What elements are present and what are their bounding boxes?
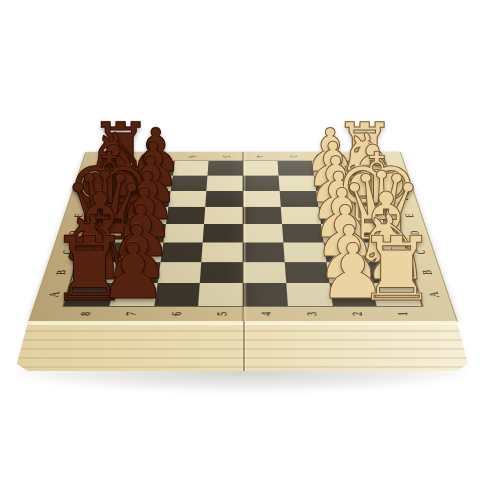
square-b1 xyxy=(367,262,415,283)
square-e2 xyxy=(318,207,359,224)
coord-right-B: B xyxy=(418,270,434,275)
square-h1 xyxy=(346,161,384,175)
square-d4 xyxy=(243,224,283,242)
square-f2 xyxy=(316,191,356,207)
square-h6 xyxy=(172,161,208,175)
coord-front-6: 6 xyxy=(167,312,183,316)
square-b8 xyxy=(71,262,119,283)
square-g3 xyxy=(278,175,315,190)
coord-back-5: 5 xyxy=(221,155,232,157)
square-h7 xyxy=(137,161,174,175)
square-e3 xyxy=(281,207,321,224)
square-b6 xyxy=(157,262,201,283)
square-c5 xyxy=(202,242,243,262)
square-h8 xyxy=(102,161,140,175)
square-d7 xyxy=(123,224,166,242)
square-g1 xyxy=(349,175,389,190)
coord-front-5: 5 xyxy=(213,312,228,316)
square-h5 xyxy=(208,161,243,175)
coord-back-3: 3 xyxy=(289,155,300,157)
coord-left-C: C xyxy=(59,250,74,255)
coord-back-4: 4 xyxy=(255,155,266,157)
square-h2 xyxy=(312,161,349,175)
square-e6 xyxy=(166,207,206,224)
square-a2 xyxy=(329,283,377,306)
coord-right-G: G xyxy=(392,181,405,185)
square-a4 xyxy=(243,283,288,306)
side-fold-seam xyxy=(243,321,245,371)
square-d2 xyxy=(321,224,364,242)
square-f3 xyxy=(279,191,318,207)
square-e7 xyxy=(127,207,168,224)
coord-left-D: D xyxy=(65,231,80,235)
square-c7 xyxy=(119,242,163,262)
square-f5 xyxy=(205,191,243,207)
square-b4 xyxy=(243,262,286,283)
coord-front-7: 7 xyxy=(122,312,138,316)
square-g6 xyxy=(170,175,207,190)
coord-left-H: H xyxy=(86,166,99,170)
square-g2 xyxy=(314,175,353,190)
coord-left-A: A xyxy=(45,292,61,297)
square-f7 xyxy=(130,191,170,207)
square-a3 xyxy=(286,283,332,306)
square-d3 xyxy=(282,224,323,242)
square-c2 xyxy=(323,242,367,262)
square-a8 xyxy=(65,283,114,306)
square-a6 xyxy=(154,283,200,306)
coord-back-2: 2 xyxy=(322,155,333,157)
square-g4 xyxy=(243,175,279,190)
square-d5 xyxy=(203,224,243,242)
board-front-side xyxy=(14,321,470,371)
square-f8 xyxy=(93,191,134,207)
square-c4 xyxy=(243,242,284,262)
coord-front-8: 8 xyxy=(77,312,93,316)
square-c1 xyxy=(363,242,409,262)
square-c3 xyxy=(283,242,326,262)
square-g8 xyxy=(98,175,138,190)
coord-back-7: 7 xyxy=(153,155,164,157)
square-b3 xyxy=(284,262,328,283)
square-b5 xyxy=(200,262,243,283)
square-c6 xyxy=(160,242,203,262)
coord-left-F: F xyxy=(76,197,89,200)
coord-right-F: F xyxy=(396,197,409,200)
square-f6 xyxy=(168,191,207,207)
square-g7 xyxy=(134,175,173,190)
square-e4 xyxy=(243,207,282,224)
coord-right-C: C xyxy=(412,250,427,255)
coord-front-2: 2 xyxy=(348,312,364,316)
square-g5 xyxy=(207,175,243,190)
coord-front-1: 1 xyxy=(393,312,409,316)
coord-right-A: A xyxy=(425,292,441,297)
board-plane: 8877665544332211AABBCCDDEEFFGGHH xyxy=(29,152,456,322)
coord-back-1: 1 xyxy=(356,155,367,157)
square-h4 xyxy=(243,161,278,175)
coord-left-G: G xyxy=(81,181,94,185)
coord-left-B: B xyxy=(52,270,68,275)
coord-left-E: E xyxy=(71,213,85,217)
coord-front-4: 4 xyxy=(258,312,273,316)
square-e5 xyxy=(204,207,243,224)
square-a1 xyxy=(372,283,421,306)
square-e8 xyxy=(88,207,130,224)
square-f4 xyxy=(243,191,281,207)
coord-right-E: E xyxy=(401,213,415,217)
square-h3 xyxy=(277,161,313,175)
square-d6 xyxy=(163,224,204,242)
square-c8 xyxy=(77,242,123,262)
coord-right-D: D xyxy=(407,231,422,235)
square-d1 xyxy=(359,224,403,242)
coord-back-6: 6 xyxy=(187,155,198,157)
square-b2 xyxy=(326,262,372,283)
stage: 8877665544332211AABBCCDDEEFFGGHH ♜♞♝♛♚♝♞… xyxy=(0,0,480,480)
coord-right-H: H xyxy=(387,166,400,170)
square-e1 xyxy=(356,207,398,224)
square-d8 xyxy=(83,224,127,242)
square-b7 xyxy=(114,262,160,283)
square-f1 xyxy=(352,191,393,207)
coord-front-3: 3 xyxy=(303,312,319,316)
coord-back-8: 8 xyxy=(119,155,130,157)
square-a5 xyxy=(198,283,243,306)
square-a7 xyxy=(109,283,157,306)
fold-seam-line xyxy=(242,152,244,322)
